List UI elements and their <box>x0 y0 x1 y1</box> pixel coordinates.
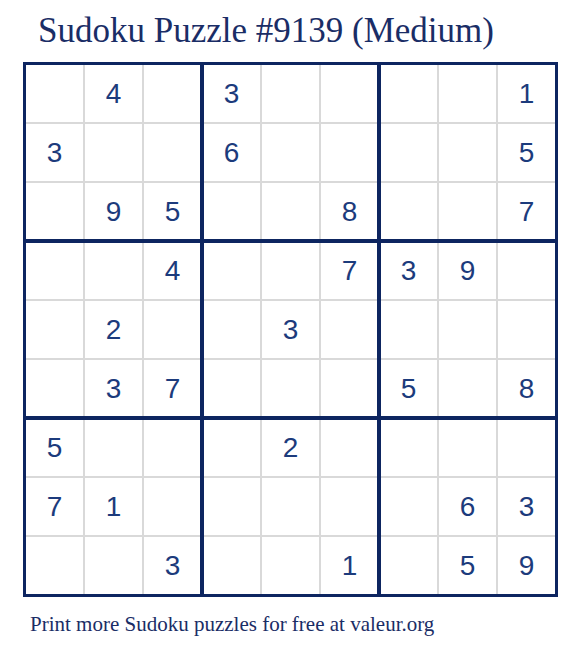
sudoku-cell-r5c9 <box>498 301 555 358</box>
box-separator-horizontal-top <box>23 239 558 243</box>
sudoku-cell-r2c9: 5 <box>498 124 555 181</box>
sudoku-cell-r4c3: 4 <box>144 242 201 299</box>
sudoku-cell-r4c6: 7 <box>321 242 378 299</box>
box-separator-horizontal-bottom <box>23 416 558 420</box>
sudoku-cell-r6c2: 3 <box>85 360 142 417</box>
sudoku-cell-r7c5: 2 <box>262 419 319 476</box>
sudoku-cell-r3c3: 5 <box>144 183 201 240</box>
sudoku-cell-r3c8 <box>439 183 496 240</box>
sudoku-cell-r5c5: 3 <box>262 301 319 358</box>
sudoku-cell-r5c3 <box>144 301 201 358</box>
sudoku-cell-r6c3: 7 <box>144 360 201 417</box>
sudoku-cell-r6c8 <box>439 360 496 417</box>
sudoku-cell-r8c9: 3 <box>498 478 555 535</box>
box-separator-vertical-left <box>200 62 204 597</box>
sudoku-cell-r9c6: 1 <box>321 537 378 594</box>
footer-text: Print more Sudoku puzzles for free at va… <box>30 610 434 638</box>
sudoku-cell-r7c6 <box>321 419 378 476</box>
sudoku-cell-r4c5 <box>262 242 319 299</box>
sudoku-cell-r6c1 <box>26 360 83 417</box>
sudoku-board: 431365958747392337585271633159 <box>23 62 558 597</box>
sudoku-cell-r8c5 <box>262 478 319 535</box>
sudoku-cell-r4c7: 3 <box>380 242 437 299</box>
sudoku-cell-r1c7 <box>380 65 437 122</box>
sudoku-cell-r3c4 <box>203 183 260 240</box>
sudoku-cell-r5c7 <box>380 301 437 358</box>
sudoku-cell-r2c7 <box>380 124 437 181</box>
sudoku-cell-r9c1 <box>26 537 83 594</box>
sudoku-cell-r5c1 <box>26 301 83 358</box>
sudoku-cell-r2c5 <box>262 124 319 181</box>
sudoku-cell-r1c5 <box>262 65 319 122</box>
sudoku-cell-r7c7 <box>380 419 437 476</box>
sudoku-cell-r8c3 <box>144 478 201 535</box>
sudoku-cell-r1c6 <box>321 65 378 122</box>
sudoku-cell-r3c2: 9 <box>85 183 142 240</box>
sudoku-cell-r3c9: 7 <box>498 183 555 240</box>
sudoku-cell-r5c6 <box>321 301 378 358</box>
sudoku-cell-r4c2 <box>85 242 142 299</box>
sudoku-cell-r2c4: 6 <box>203 124 260 181</box>
sudoku-cell-r8c4 <box>203 478 260 535</box>
sudoku-cell-r1c2: 4 <box>85 65 142 122</box>
sudoku-cell-r4c8: 9 <box>439 242 496 299</box>
sudoku-cell-r4c9 <box>498 242 555 299</box>
sudoku-cell-r1c9: 1 <box>498 65 555 122</box>
sudoku-cell-r7c3 <box>144 419 201 476</box>
sudoku-cell-r2c6 <box>321 124 378 181</box>
sudoku-cell-r7c1: 5 <box>26 419 83 476</box>
sudoku-cell-r8c2: 1 <box>85 478 142 535</box>
sudoku-cell-r1c1 <box>26 65 83 122</box>
sudoku-cell-r2c1: 3 <box>26 124 83 181</box>
sudoku-cell-r2c2 <box>85 124 142 181</box>
sudoku-cell-r7c9 <box>498 419 555 476</box>
sudoku-cell-r7c2 <box>85 419 142 476</box>
sudoku-cell-r8c6 <box>321 478 378 535</box>
sudoku-cell-r9c3: 3 <box>144 537 201 594</box>
sudoku-cell-r9c5 <box>262 537 319 594</box>
sudoku-cell-r9c9: 9 <box>498 537 555 594</box>
sudoku-cell-r5c2: 2 <box>85 301 142 358</box>
page-title: Sudoku Puzzle #9139 (Medium) <box>38 10 494 52</box>
sudoku-cell-r9c7 <box>380 537 437 594</box>
sudoku-cell-r3c5 <box>262 183 319 240</box>
sudoku-cell-r6c7: 5 <box>380 360 437 417</box>
sudoku-cell-r5c8 <box>439 301 496 358</box>
sudoku-cell-r8c8: 6 <box>439 478 496 535</box>
sudoku-cell-r2c8 <box>439 124 496 181</box>
sudoku-cell-r6c5 <box>262 360 319 417</box>
sudoku-cell-r1c3 <box>144 65 201 122</box>
sudoku-cell-r3c7 <box>380 183 437 240</box>
sudoku-cell-r9c2 <box>85 537 142 594</box>
sudoku-cell-r5c4 <box>203 301 260 358</box>
sudoku-cell-r2c3 <box>144 124 201 181</box>
sudoku-cell-r6c6 <box>321 360 378 417</box>
sudoku-cell-r3c6: 8 <box>321 183 378 240</box>
sudoku-cell-r7c8 <box>439 419 496 476</box>
sudoku-cell-r7c4 <box>203 419 260 476</box>
sudoku-cell-r1c8 <box>439 65 496 122</box>
sudoku-board-area: 431365958747392337585271633159 <box>23 62 558 597</box>
sudoku-cell-r9c8: 5 <box>439 537 496 594</box>
sudoku-cell-r4c1 <box>26 242 83 299</box>
sudoku-cell-r8c7 <box>380 478 437 535</box>
box-separator-vertical-right <box>377 62 381 597</box>
sudoku-cell-r8c1: 7 <box>26 478 83 535</box>
sudoku-cell-r3c1 <box>26 183 83 240</box>
sudoku-cell-r9c4 <box>203 537 260 594</box>
sudoku-cell-r6c9: 8 <box>498 360 555 417</box>
sudoku-cell-r1c4: 3 <box>203 65 260 122</box>
sudoku-cell-r6c4 <box>203 360 260 417</box>
sudoku-cell-r4c4 <box>203 242 260 299</box>
